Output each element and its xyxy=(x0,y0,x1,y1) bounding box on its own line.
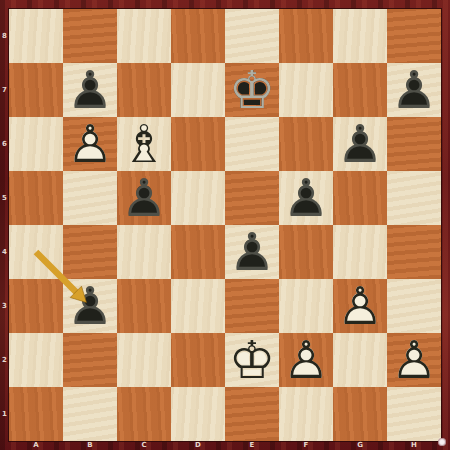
square-c2[interactable] xyxy=(117,333,171,387)
square-b5[interactable] xyxy=(63,171,117,225)
square-g5[interactable] xyxy=(333,171,387,225)
square-f1[interactable] xyxy=(279,387,333,441)
rank-label-3: 3 xyxy=(0,279,9,333)
square-h7[interactable]: ♟♙ xyxy=(387,63,441,117)
square-g6[interactable]: ♟♙ xyxy=(333,117,387,171)
piece-black-pawn[interactable]: ♟♙ xyxy=(225,225,279,279)
square-c7[interactable] xyxy=(117,63,171,117)
square-d5[interactable] xyxy=(171,171,225,225)
square-c3[interactable] xyxy=(117,279,171,333)
piece-white-pawn[interactable]: ♟♙ xyxy=(279,333,333,387)
square-f6[interactable] xyxy=(279,117,333,171)
chess-board-window: ♟♙♚♔♟♙♟♙♝♗♟♙♟♙♟♙♟♙♟♙♟♙♚♔♟♙♟♙ 87654321ABC… xyxy=(0,0,450,450)
file-label-g: G xyxy=(333,441,387,450)
square-e3[interactable] xyxy=(225,279,279,333)
file-label-a: A xyxy=(9,441,63,450)
square-h2[interactable]: ♟♙ xyxy=(387,333,441,387)
square-g3[interactable]: ♟♙ xyxy=(333,279,387,333)
piece-white-pawn[interactable]: ♟♙ xyxy=(387,333,441,387)
square-c8[interactable] xyxy=(117,9,171,63)
square-g8[interactable] xyxy=(333,9,387,63)
rank-label-5: 5 xyxy=(0,171,9,225)
square-a7[interactable] xyxy=(9,63,63,117)
square-b1[interactable] xyxy=(63,387,117,441)
square-e5[interactable] xyxy=(225,171,279,225)
square-c1[interactable] xyxy=(117,387,171,441)
square-a2[interactable] xyxy=(9,333,63,387)
piece-white-king[interactable]: ♚♔ xyxy=(225,333,279,387)
square-e8[interactable] xyxy=(225,9,279,63)
rank-label-2: 2 xyxy=(0,333,9,387)
square-h4[interactable] xyxy=(387,225,441,279)
square-d6[interactable] xyxy=(171,117,225,171)
piece-black-pawn[interactable]: ♟♙ xyxy=(63,63,117,117)
square-d1[interactable] xyxy=(171,387,225,441)
chess-board: ♟♙♚♔♟♙♟♙♝♗♟♙♟♙♟♙♟♙♟♙♟♙♚♔♟♙♟♙ xyxy=(9,9,441,441)
square-e4[interactable]: ♟♙ xyxy=(225,225,279,279)
square-f8[interactable] xyxy=(279,9,333,63)
piece-white-pawn[interactable]: ♟♙ xyxy=(333,279,387,333)
square-a6[interactable] xyxy=(9,117,63,171)
square-c5[interactable]: ♟♙ xyxy=(117,171,171,225)
file-label-e: E xyxy=(225,441,279,450)
square-f2[interactable]: ♟♙ xyxy=(279,333,333,387)
square-c4[interactable] xyxy=(117,225,171,279)
square-b7[interactable]: ♟♙ xyxy=(63,63,117,117)
square-d3[interactable] xyxy=(171,279,225,333)
piece-black-pawn[interactable]: ♟♙ xyxy=(63,279,117,333)
square-g7[interactable] xyxy=(333,63,387,117)
square-b6[interactable]: ♟♙ xyxy=(63,117,117,171)
square-g2[interactable] xyxy=(333,333,387,387)
piece-black-king[interactable]: ♚♔ xyxy=(225,63,279,117)
piece-white-bishop[interactable]: ♝♗ xyxy=(117,117,171,171)
file-label-d: D xyxy=(171,441,225,450)
square-c6[interactable]: ♝♗ xyxy=(117,117,171,171)
square-d4[interactable] xyxy=(171,225,225,279)
file-label-c: C xyxy=(117,441,171,450)
square-b4[interactable] xyxy=(63,225,117,279)
square-f4[interactable] xyxy=(279,225,333,279)
square-b2[interactable] xyxy=(63,333,117,387)
file-label-f: F xyxy=(279,441,333,450)
square-f7[interactable] xyxy=(279,63,333,117)
square-a5[interactable] xyxy=(9,171,63,225)
piece-black-pawn[interactable]: ♟♙ xyxy=(279,171,333,225)
square-b3[interactable]: ♟♙ xyxy=(63,279,117,333)
rank-label-7: 7 xyxy=(0,63,9,117)
rank-label-6: 6 xyxy=(0,117,9,171)
square-e2[interactable]: ♚♔ xyxy=(225,333,279,387)
rank-label-4: 4 xyxy=(0,225,9,279)
square-b8[interactable] xyxy=(63,9,117,63)
file-label-b: B xyxy=(63,441,117,450)
square-f5[interactable]: ♟♙ xyxy=(279,171,333,225)
square-h3[interactable] xyxy=(387,279,441,333)
square-a8[interactable] xyxy=(9,9,63,63)
square-e7[interactable]: ♚♔ xyxy=(225,63,279,117)
rank-label-8: 8 xyxy=(0,9,9,63)
square-a4[interactable] xyxy=(9,225,63,279)
file-label-h: H xyxy=(387,441,441,450)
square-a3[interactable] xyxy=(9,279,63,333)
square-h8[interactable] xyxy=(387,9,441,63)
square-h5[interactable] xyxy=(387,171,441,225)
square-e1[interactable] xyxy=(225,387,279,441)
piece-black-pawn[interactable]: ♟♙ xyxy=(387,63,441,117)
square-e6[interactable] xyxy=(225,117,279,171)
square-d2[interactable] xyxy=(171,333,225,387)
square-g1[interactable] xyxy=(333,387,387,441)
square-d7[interactable] xyxy=(171,63,225,117)
square-f3[interactable] xyxy=(279,279,333,333)
square-a1[interactable] xyxy=(9,387,63,441)
piece-black-pawn[interactable]: ♟♙ xyxy=(333,117,387,171)
white-to-move-indicator xyxy=(438,438,446,446)
square-h6[interactable] xyxy=(387,117,441,171)
piece-white-pawn[interactable]: ♟♙ xyxy=(63,117,117,171)
rank-label-1: 1 xyxy=(0,387,9,441)
piece-black-pawn[interactable]: ♟♙ xyxy=(117,171,171,225)
square-g4[interactable] xyxy=(333,225,387,279)
square-d8[interactable] xyxy=(171,9,225,63)
square-h1[interactable] xyxy=(387,387,441,441)
